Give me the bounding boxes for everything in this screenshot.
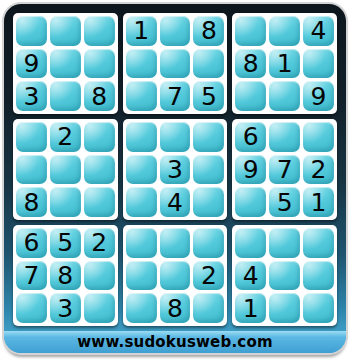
cell-r3c7[interactable] [235,81,266,111]
cell-r6c2[interactable] [50,187,81,217]
cell-r6c3[interactable] [84,187,115,217]
cell-r7c4[interactable] [126,228,157,258]
cell-r1c2[interactable] [50,16,81,46]
cell-r1c9[interactable]: 4 [303,16,334,46]
cell-r3c3[interactable]: 8 [84,81,115,111]
cell-r8c3[interactable] [84,261,115,291]
cell-r9c4[interactable] [126,293,157,323]
cell-r5c6[interactable] [193,155,224,185]
cell-r1c7[interactable] [235,16,266,46]
cell-r8c4[interactable] [126,261,157,291]
cell-r4c5[interactable] [160,122,191,152]
cell-r7c9[interactable] [303,228,334,258]
cell-r9c1[interactable] [16,293,47,323]
cell-r9c6[interactable] [193,293,224,323]
cell-r1c8[interactable] [269,16,300,46]
cell-r8c7[interactable]: 4 [235,261,266,291]
cell-r6c9[interactable]: 1 [303,187,334,217]
cell-r9c3[interactable] [84,293,115,323]
block-3-3: 41 [232,225,337,326]
block-3-1: 652783 [13,225,118,326]
cell-r8c2[interactable]: 8 [50,261,81,291]
cell-r9c7[interactable]: 1 [235,293,266,323]
cell-r6c5[interactable]: 4 [160,187,191,217]
cell-r4c3[interactable] [84,122,115,152]
cell-r3c9[interactable]: 9 [303,81,334,111]
cell-r6c8[interactable]: 5 [269,187,300,217]
cell-r3c6[interactable]: 5 [193,81,224,111]
cell-r2c9[interactable] [303,49,334,79]
cell-r4c4[interactable] [126,122,157,152]
cell-r2c8[interactable]: 1 [269,49,300,79]
cell-r4c2[interactable]: 2 [50,122,81,152]
block-1-2: 1875 [123,13,228,114]
cell-r2c4[interactable] [126,49,157,79]
cell-r1c5[interactable] [160,16,191,46]
cell-r9c5[interactable]: 8 [160,293,191,323]
cell-r2c5[interactable] [160,49,191,79]
cell-r8c5[interactable] [160,261,191,291]
cell-r7c2[interactable]: 5 [50,228,81,258]
cell-r5c9[interactable]: 2 [303,155,334,185]
cell-r5c5[interactable]: 3 [160,155,191,185]
cell-r1c1[interactable] [16,16,47,46]
sudoku-frame: 9381875481928346972516527832841 www.sudo… [4,4,346,353]
cell-r4c8[interactable] [269,122,300,152]
block-2-3: 697251 [232,119,337,220]
cell-r2c2[interactable] [50,49,81,79]
cell-r6c1[interactable]: 8 [16,187,47,217]
cell-r4c7[interactable]: 6 [235,122,266,152]
cell-r1c4[interactable]: 1 [126,16,157,46]
cell-r8c1[interactable]: 7 [16,261,47,291]
cell-r4c6[interactable] [193,122,224,152]
cell-r5c1[interactable] [16,155,47,185]
cell-r5c7[interactable]: 9 [235,155,266,185]
block-1-1: 938 [13,13,118,114]
cell-r5c2[interactable] [50,155,81,185]
footer-bar: www.sudokusweb.com [4,331,346,353]
cell-r8c6[interactable]: 2 [193,261,224,291]
cell-r7c7[interactable] [235,228,266,258]
cell-r4c9[interactable] [303,122,334,152]
cell-r7c6[interactable] [193,228,224,258]
cell-r7c8[interactable] [269,228,300,258]
block-1-3: 4819 [232,13,337,114]
cell-r4c1[interactable] [16,122,47,152]
cell-r3c8[interactable] [269,81,300,111]
cell-r1c6[interactable]: 8 [193,16,224,46]
block-2-1: 28 [13,119,118,220]
cell-r1c3[interactable] [84,16,115,46]
cell-r9c9[interactable] [303,293,334,323]
cell-r9c8[interactable] [269,293,300,323]
cell-r9c2[interactable]: 3 [50,293,81,323]
cell-r6c7[interactable] [235,187,266,217]
cell-r3c4[interactable] [126,81,157,111]
sudoku-board: 9381875481928346972516527832841 [4,4,346,331]
cell-r5c3[interactable] [84,155,115,185]
cell-r2c6[interactable] [193,49,224,79]
page: 9381875481928346972516527832841 www.sudo… [0,0,350,360]
block-3-2: 28 [123,225,228,326]
cell-r7c3[interactable]: 2 [84,228,115,258]
cell-r7c1[interactable]: 6 [16,228,47,258]
cell-r3c1[interactable]: 3 [16,81,47,111]
cell-r7c5[interactable] [160,228,191,258]
cell-r2c1[interactable]: 9 [16,49,47,79]
cell-r2c3[interactable] [84,49,115,79]
cell-r6c6[interactable] [193,187,224,217]
cell-r3c2[interactable] [50,81,81,111]
block-2-2: 34 [123,119,228,220]
site-url: www.sudokusweb.com [77,333,272,351]
cell-r8c8[interactable] [269,261,300,291]
cell-r5c8[interactable]: 7 [269,155,300,185]
cell-r2c7[interactable]: 8 [235,49,266,79]
cell-r3c5[interactable]: 7 [160,81,191,111]
cell-r8c9[interactable] [303,261,334,291]
cell-r6c4[interactable] [126,187,157,217]
cell-r5c4[interactable] [126,155,157,185]
